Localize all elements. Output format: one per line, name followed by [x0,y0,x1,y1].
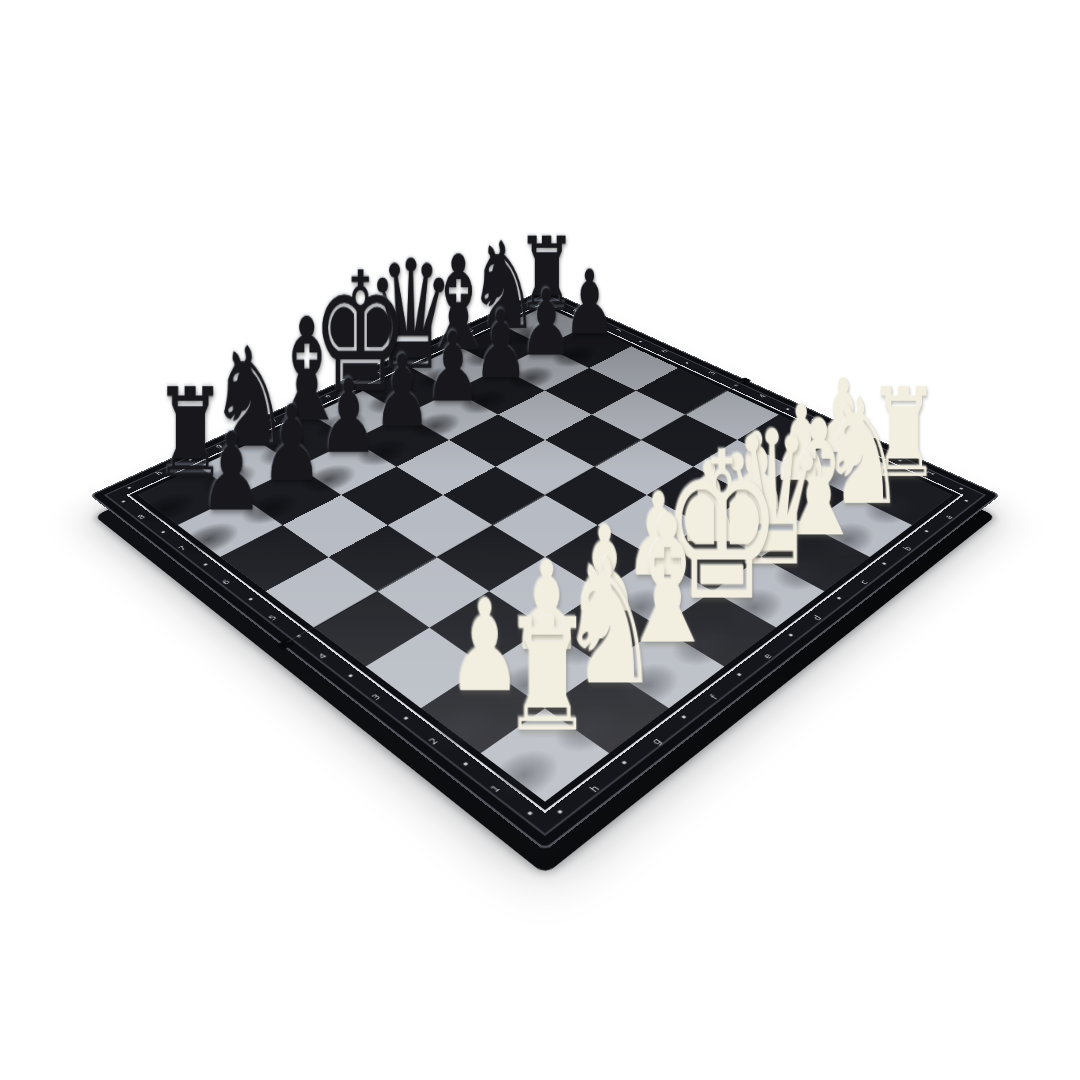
black-pawn: ♟ [473,298,528,391]
square-f5 [388,495,493,557]
chess-board: ♜♞♝♚♛♝♞♜♟♟♟♟♟♟♟♟♟♟♟♟♟♟♟♟♜♞♝♚♛♝♞♜ 88hh77g… [90,289,1001,851]
product-photo-scene: ♜♞♝♚♛♝♞♜♟♟♟♟♟♟♟♟♟♟♟♟♟♟♟♟♜♞♝♚♛♝♞♜ 88hh77g… [0,0,1080,1080]
black-pawn: ♟ [200,418,263,526]
black-pawn: ♟ [261,391,323,496]
white-rook: ♜ [502,599,594,755]
board-squares: ♜♞♝♚♛♝♞♜♟♟♟♟♟♟♟♟♟♟♟♟♟♟♟♟♜♞♝♚♛♝♞♜ [138,306,953,801]
black-pawn: ♟ [373,342,431,441]
black-pawn: ♟ [425,319,482,415]
black-pawn: ♟ [319,366,379,468]
